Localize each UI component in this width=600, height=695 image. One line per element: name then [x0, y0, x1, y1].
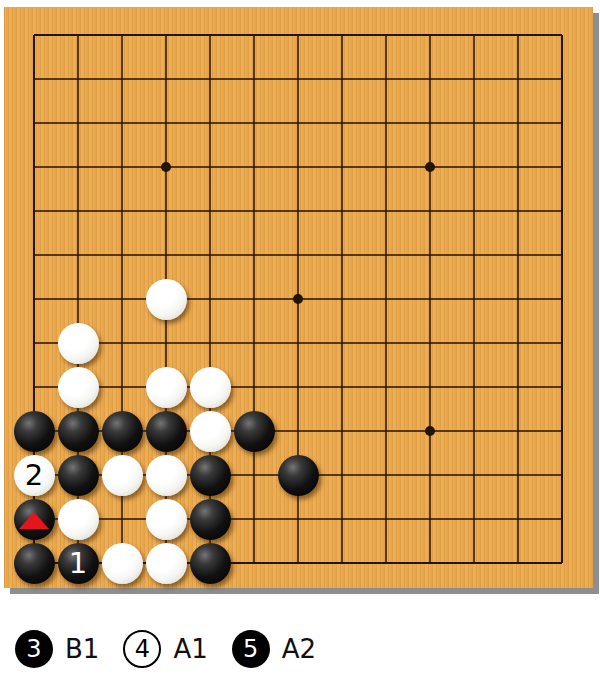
intersection-G7[interactable] [276, 277, 320, 321]
white-stone [58, 499, 99, 540]
intersection-K11[interactable] [408, 101, 452, 145]
intersection-C8[interactable] [100, 233, 144, 277]
intersection-G2[interactable] [276, 497, 320, 541]
caption-stone-black-5: 5 [232, 630, 270, 668]
intersection-A6[interactable] [12, 321, 56, 365]
intersection-H11[interactable] [320, 101, 364, 145]
intersection-D7[interactable] [144, 277, 188, 321]
intersection-H8[interactable] [320, 233, 364, 277]
intersection-J7[interactable] [364, 277, 408, 321]
intersection-F2[interactable] [232, 497, 276, 541]
intersection-G3[interactable] [276, 453, 320, 497]
intersection-E3[interactable] [188, 453, 232, 497]
intersection-C4[interactable] [100, 409, 144, 453]
caption-stone-black-3: 3 [15, 630, 53, 668]
intersection-N4[interactable] [540, 409, 584, 453]
intersection-N11[interactable] [540, 101, 584, 145]
intersection-L5[interactable] [452, 365, 496, 409]
intersection-L2[interactable] [452, 497, 496, 541]
intersection-A2[interactable] [12, 497, 56, 541]
move-number-label: 2 [25, 461, 43, 490]
intersection-C7[interactable] [100, 277, 144, 321]
intersection-A3[interactable]: 2 [12, 453, 56, 497]
intersection-J13[interactable] [364, 13, 408, 57]
intersection-D12[interactable] [144, 57, 188, 101]
intersection-F7[interactable] [232, 277, 276, 321]
intersection-L3[interactable] [452, 453, 496, 497]
intersection-L12[interactable] [452, 57, 496, 101]
black-stone [190, 543, 231, 584]
intersection-B5[interactable] [56, 365, 100, 409]
intersection-H3[interactable] [320, 453, 364, 497]
intersection-D4[interactable] [144, 409, 188, 453]
intersection-A11[interactable] [12, 101, 56, 145]
intersection-G11[interactable] [276, 101, 320, 145]
black-stone [14, 499, 55, 540]
board-grid: 21 [12, 13, 584, 585]
intersection-H13[interactable] [320, 13, 364, 57]
intersection-H6[interactable] [320, 321, 364, 365]
caption-stone-number: 5 [243, 637, 258, 661]
intersection-J10[interactable] [364, 145, 408, 189]
intersection-N9[interactable] [540, 189, 584, 233]
intersection-K10[interactable] [408, 145, 452, 189]
intersection-M7[interactable] [496, 277, 540, 321]
black-stone [234, 411, 275, 452]
intersection-G13[interactable] [276, 13, 320, 57]
intersection-G5[interactable] [276, 365, 320, 409]
intersection-G12[interactable] [276, 57, 320, 101]
intersection-M5[interactable] [496, 365, 540, 409]
white-stone [146, 543, 187, 584]
intersection-N6[interactable] [540, 321, 584, 365]
intersection-C10[interactable] [100, 145, 144, 189]
intersection-K5[interactable] [408, 365, 452, 409]
intersection-H2[interactable] [320, 497, 364, 541]
intersection-E12[interactable] [188, 57, 232, 101]
intersection-E9[interactable] [188, 189, 232, 233]
intersection-E8[interactable] [188, 233, 232, 277]
intersection-E10[interactable] [188, 145, 232, 189]
black-stone: 1 [58, 543, 99, 584]
intersection-K12[interactable] [408, 57, 452, 101]
white-stone [58, 367, 99, 408]
intersection-L13[interactable] [452, 13, 496, 57]
intersection-K6[interactable] [408, 321, 452, 365]
black-stone [190, 455, 231, 496]
intersection-B3[interactable] [56, 453, 100, 497]
white-stone [58, 323, 99, 364]
intersection-M6[interactable] [496, 321, 540, 365]
move-number-label: 1 [69, 549, 87, 578]
caption-stone-white-4: 4 [123, 630, 161, 668]
intersection-F5[interactable] [232, 365, 276, 409]
white-stone [146, 455, 187, 496]
intersection-N1[interactable] [540, 541, 584, 585]
intersection-H10[interactable] [320, 145, 364, 189]
intersection-F11[interactable] [232, 101, 276, 145]
intersection-C11[interactable] [100, 101, 144, 145]
intersection-A7[interactable] [12, 277, 56, 321]
intersection-L9[interactable] [452, 189, 496, 233]
intersection-E11[interactable] [188, 101, 232, 145]
intersection-C5[interactable] [100, 365, 144, 409]
intersection-M12[interactable] [496, 57, 540, 101]
intersection-B9[interactable] [56, 189, 100, 233]
white-stone [146, 279, 187, 320]
intersection-B13[interactable] [56, 13, 100, 57]
intersection-B11[interactable] [56, 101, 100, 145]
intersection-J12[interactable] [364, 57, 408, 101]
intersection-L8[interactable] [452, 233, 496, 277]
intersection-B6[interactable] [56, 321, 100, 365]
intersection-E4[interactable] [188, 409, 232, 453]
intersection-G4[interactable] [276, 409, 320, 453]
intersection-B2[interactable] [56, 497, 100, 541]
intersection-J11[interactable] [364, 101, 408, 145]
black-stone [190, 499, 231, 540]
caption-coord: B1 [65, 634, 99, 664]
black-stone [58, 411, 99, 452]
intersection-B4[interactable] [56, 409, 100, 453]
white-stone [146, 367, 187, 408]
intersection-D5[interactable] [144, 365, 188, 409]
intersection-E13[interactable] [188, 13, 232, 57]
intersection-D13[interactable] [144, 13, 188, 57]
intersection-K1[interactable] [408, 541, 452, 585]
intersection-B12[interactable] [56, 57, 100, 101]
intersection-N8[interactable] [540, 233, 584, 277]
intersection-F10[interactable] [232, 145, 276, 189]
intersection-M11[interactable] [496, 101, 540, 145]
intersection-K3[interactable] [408, 453, 452, 497]
intersection-B10[interactable] [56, 145, 100, 189]
caption-coord: A1 [173, 634, 207, 664]
black-stone [58, 455, 99, 496]
intersection-J3[interactable] [364, 453, 408, 497]
intersection-K2[interactable] [408, 497, 452, 541]
intersection-A13[interactable] [12, 13, 56, 57]
white-stone [102, 543, 143, 584]
intersection-D1[interactable] [144, 541, 188, 585]
intersection-D10[interactable] [144, 145, 188, 189]
intersection-M13[interactable] [496, 13, 540, 57]
intersection-D2[interactable] [144, 497, 188, 541]
intersection-A1[interactable] [12, 541, 56, 585]
intersection-B8[interactable] [56, 233, 100, 277]
intersection-G8[interactable] [276, 233, 320, 277]
intersection-A4[interactable] [12, 409, 56, 453]
intersection-A8[interactable] [12, 233, 56, 277]
intersection-C3[interactable] [100, 453, 144, 497]
intersection-C9[interactable] [100, 189, 144, 233]
intersection-L11[interactable] [452, 101, 496, 145]
intersection-J1[interactable] [364, 541, 408, 585]
intersection-D6[interactable] [144, 321, 188, 365]
intersection-F13[interactable] [232, 13, 276, 57]
intersection-A12[interactable] [12, 57, 56, 101]
caption: 3 B1 4 A1 5 A2 [15, 628, 340, 670]
intersection-J8[interactable] [364, 233, 408, 277]
intersection-L10[interactable] [452, 145, 496, 189]
intersection-J9[interactable] [364, 189, 408, 233]
intersection-E5[interactable] [188, 365, 232, 409]
intersection-B1[interactable]: 1 [56, 541, 100, 585]
white-stone: 2 [14, 455, 55, 496]
intersection-M10[interactable] [496, 145, 540, 189]
white-stone [190, 367, 231, 408]
intersection-E2[interactable] [188, 497, 232, 541]
intersection-K13[interactable] [408, 13, 452, 57]
intersection-A10[interactable] [12, 145, 56, 189]
intersection-N12[interactable] [540, 57, 584, 101]
intersection-N7[interactable] [540, 277, 584, 321]
intersection-L1[interactable] [452, 541, 496, 585]
black-stone [14, 411, 55, 452]
intersection-K7[interactable] [408, 277, 452, 321]
intersection-J6[interactable] [364, 321, 408, 365]
intersection-M1[interactable] [496, 541, 540, 585]
intersection-M9[interactable] [496, 189, 540, 233]
intersection-K8[interactable] [408, 233, 452, 277]
intersection-G1[interactable] [276, 541, 320, 585]
goban: 21 [4, 7, 593, 588]
intersection-A9[interactable] [12, 189, 56, 233]
black-stone [14, 543, 55, 584]
intersection-F1[interactable] [232, 541, 276, 585]
triangle-marker [19, 512, 49, 529]
intersection-H12[interactable] [320, 57, 364, 101]
black-stone [102, 411, 143, 452]
intersection-G10[interactable] [276, 145, 320, 189]
intersection-H7[interactable] [320, 277, 364, 321]
intersection-C1[interactable] [100, 541, 144, 585]
intersection-C13[interactable] [100, 13, 144, 57]
caption-coord: A2 [282, 634, 316, 664]
intersection-N13[interactable] [540, 13, 584, 57]
intersection-H4[interactable] [320, 409, 364, 453]
intersection-F3[interactable] [232, 453, 276, 497]
intersection-F6[interactable] [232, 321, 276, 365]
intersection-C2[interactable] [100, 497, 144, 541]
intersection-J5[interactable] [364, 365, 408, 409]
intersection-E6[interactable] [188, 321, 232, 365]
intersection-C6[interactable] [100, 321, 144, 365]
intersection-N2[interactable] [540, 497, 584, 541]
intersection-E7[interactable] [188, 277, 232, 321]
intersection-D9[interactable] [144, 189, 188, 233]
intersection-K9[interactable] [408, 189, 452, 233]
black-stone [146, 411, 187, 452]
intersection-B7[interactable] [56, 277, 100, 321]
intersection-N3[interactable] [540, 453, 584, 497]
intersection-L6[interactable] [452, 321, 496, 365]
intersection-L7[interactable] [452, 277, 496, 321]
intersection-H9[interactable] [320, 189, 364, 233]
intersection-G6[interactable] [276, 321, 320, 365]
intersection-F8[interactable] [232, 233, 276, 277]
intersection-D8[interactable] [144, 233, 188, 277]
intersection-M4[interactable] [496, 409, 540, 453]
white-stone [102, 455, 143, 496]
caption-stone-number: 4 [135, 637, 150, 661]
intersection-K4[interactable] [408, 409, 452, 453]
intersection-G9[interactable] [276, 189, 320, 233]
intersection-C12[interactable] [100, 57, 144, 101]
go-diagram: 21 3 B1 4 A1 5 A2 [0, 0, 600, 695]
intersection-J2[interactable] [364, 497, 408, 541]
white-stone [146, 499, 187, 540]
caption-stone-number: 3 [26, 637, 41, 661]
intersection-M8[interactable] [496, 233, 540, 277]
white-stone [190, 411, 231, 452]
intersection-N5[interactable] [540, 365, 584, 409]
intersection-F4[interactable] [232, 409, 276, 453]
intersection-F9[interactable] [232, 189, 276, 233]
intersection-N10[interactable] [540, 145, 584, 189]
intersection-L4[interactable] [452, 409, 496, 453]
intersection-H1[interactable] [320, 541, 364, 585]
intersection-A5[interactable] [12, 365, 56, 409]
intersection-F12[interactable] [232, 57, 276, 101]
black-stone [278, 455, 319, 496]
intersection-E1[interactable] [188, 541, 232, 585]
intersection-M2[interactable] [496, 497, 540, 541]
intersection-J4[interactable] [364, 409, 408, 453]
intersection-M3[interactable] [496, 453, 540, 497]
intersection-H5[interactable] [320, 365, 364, 409]
intersection-D11[interactable] [144, 101, 188, 145]
intersection-D3[interactable] [144, 453, 188, 497]
